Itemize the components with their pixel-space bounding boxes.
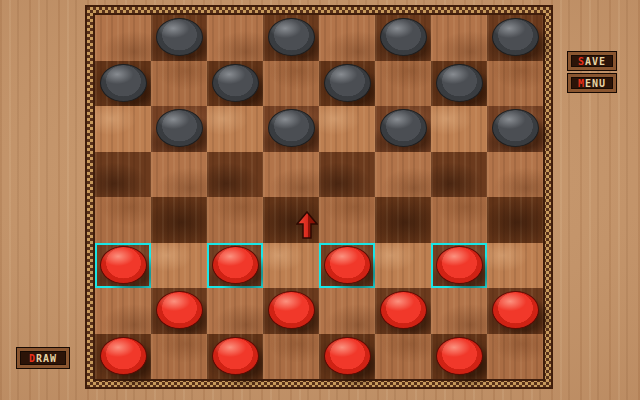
square-r2c0[interactable] (95, 106, 151, 152)
square-r1c0[interactable] (95, 61, 151, 107)
red-piece[interactable] (436, 246, 483, 284)
square-r7c3[interactable] (263, 334, 319, 380)
square-r5c3[interactable] (263, 243, 319, 289)
square-r2c3[interactable] (263, 106, 319, 152)
square-r7c7[interactable] (487, 334, 543, 380)
square-r4c7[interactable] (487, 197, 543, 243)
dark-piece[interactable] (492, 18, 539, 56)
square-r1c2[interactable] (207, 61, 263, 107)
square-r0c0[interactable] (95, 15, 151, 61)
square-r5c5[interactable] (375, 243, 431, 289)
square-r6c2[interactable] (207, 288, 263, 334)
square-r2c1[interactable] (151, 106, 207, 152)
save-button[interactable]: SAVE (568, 52, 616, 70)
menu-button-label: ENU (585, 78, 606, 89)
square-r4c6[interactable] (431, 197, 487, 243)
board-grid (95, 15, 543, 379)
square-r6c3[interactable] (263, 288, 319, 334)
square-r1c1[interactable] (151, 61, 207, 107)
dark-piece[interactable] (268, 18, 315, 56)
dark-piece[interactable] (436, 64, 483, 102)
draw-button-label: RAW (36, 353, 57, 364)
dark-piece[interactable] (380, 18, 427, 56)
square-r6c6[interactable] (431, 288, 487, 334)
square-r5c1[interactable] (151, 243, 207, 289)
square-r4c5[interactable] (375, 197, 431, 243)
square-r3c5[interactable] (375, 152, 431, 198)
red-piece[interactable] (324, 246, 371, 284)
square-r5c2[interactable] (207, 243, 263, 289)
square-r6c1[interactable] (151, 288, 207, 334)
save-button-hotkey: S (578, 56, 585, 67)
dark-piece[interactable] (492, 109, 539, 147)
square-r0c6[interactable] (431, 15, 487, 61)
board-trim (87, 7, 551, 387)
square-r1c7[interactable] (487, 61, 543, 107)
draw-button-hotkey: D (29, 353, 36, 364)
red-piece[interactable] (436, 337, 483, 375)
square-r1c3[interactable] (263, 61, 319, 107)
square-r2c2[interactable] (207, 106, 263, 152)
square-r3c7[interactable] (487, 152, 543, 198)
square-r3c4[interactable] (319, 152, 375, 198)
square-r4c1[interactable] (151, 197, 207, 243)
square-r2c5[interactable] (375, 106, 431, 152)
square-r5c7[interactable] (487, 243, 543, 289)
square-r7c4[interactable] (319, 334, 375, 380)
square-r7c1[interactable] (151, 334, 207, 380)
red-piece[interactable] (100, 246, 147, 284)
board-inner-frame (93, 13, 545, 381)
red-piece[interactable] (212, 246, 259, 284)
game-screen: SAVE MENU DRAW (0, 0, 640, 400)
square-r7c0[interactable] (95, 334, 151, 380)
square-r3c1[interactable] (151, 152, 207, 198)
square-r4c2[interactable] (207, 197, 263, 243)
square-r6c7[interactable] (487, 288, 543, 334)
square-r2c7[interactable] (487, 106, 543, 152)
menu-button[interactable]: MENU (568, 74, 616, 92)
square-r6c0[interactable] (95, 288, 151, 334)
square-r0c2[interactable] (207, 15, 263, 61)
square-r7c2[interactable] (207, 334, 263, 380)
square-r6c4[interactable] (319, 288, 375, 334)
square-r3c0[interactable] (95, 152, 151, 198)
square-r0c5[interactable] (375, 15, 431, 61)
square-r0c1[interactable] (151, 15, 207, 61)
square-r3c6[interactable] (431, 152, 487, 198)
menu-button-hotkey: M (578, 78, 585, 89)
checkers-board (85, 5, 553, 389)
dark-piece[interactable] (380, 109, 427, 147)
square-r0c7[interactable] (487, 15, 543, 61)
square-r3c2[interactable] (207, 152, 263, 198)
square-r4c0[interactable] (95, 197, 151, 243)
square-r1c4[interactable] (319, 61, 375, 107)
red-piece[interactable] (100, 337, 147, 375)
red-piece[interactable] (212, 337, 259, 375)
dark-piece[interactable] (100, 64, 147, 102)
red-piece[interactable] (156, 291, 203, 329)
square-r5c6[interactable] (431, 243, 487, 289)
dark-piece[interactable] (156, 18, 203, 56)
red-piece[interactable] (324, 337, 371, 375)
square-r1c6[interactable] (431, 61, 487, 107)
square-r7c6[interactable] (431, 334, 487, 380)
save-button-label: AVE (585, 56, 606, 67)
square-r4c4[interactable] (319, 197, 375, 243)
square-r1c5[interactable] (375, 61, 431, 107)
square-r0c3[interactable] (263, 15, 319, 61)
square-r2c6[interactable] (431, 106, 487, 152)
square-r3c3[interactable] (263, 152, 319, 198)
square-r2c4[interactable] (319, 106, 375, 152)
dark-piece[interactable] (156, 109, 203, 147)
square-r5c4[interactable] (319, 243, 375, 289)
square-r4c3[interactable] (263, 197, 319, 243)
square-r6c5[interactable] (375, 288, 431, 334)
dark-piece[interactable] (212, 64, 259, 102)
draw-button[interactable]: DRAW (17, 348, 69, 368)
square-r0c4[interactable] (319, 15, 375, 61)
red-piece[interactable] (380, 291, 427, 329)
red-piece[interactable] (268, 291, 315, 329)
square-r7c5[interactable] (375, 334, 431, 380)
dark-piece[interactable] (268, 109, 315, 147)
square-r5c0[interactable] (95, 243, 151, 289)
red-piece[interactable] (492, 291, 539, 329)
dark-piece[interactable] (324, 64, 371, 102)
